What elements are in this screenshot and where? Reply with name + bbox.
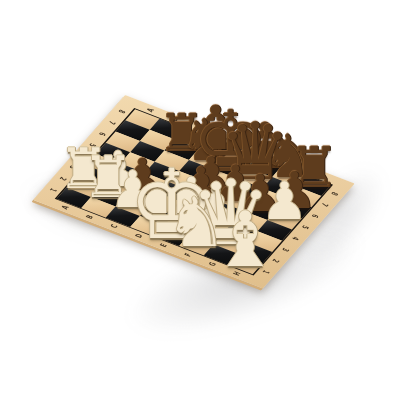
chess-set-photo: AABBCCDDEEFFGGHH1122334455667788 ♝♜♞♝♚♞♛… — [0, 0, 400, 400]
